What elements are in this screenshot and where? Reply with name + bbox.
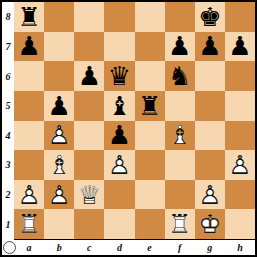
- white-pawn[interactable]: ♟♙: [195, 180, 225, 210]
- square-d2[interactable]: [104, 180, 134, 210]
- black-pawn[interactable]: ♟: [14, 32, 44, 62]
- black-pawn-icon: ♟: [104, 121, 134, 151]
- file-label-e: e: [135, 240, 165, 255]
- square-f3[interactable]: [165, 150, 195, 180]
- black-pawn-icon: ♟: [165, 32, 195, 62]
- rank-label-4: 4: [2, 121, 14, 151]
- white-king-icon: ♔: [195, 209, 225, 239]
- square-b4[interactable]: ♟♙: [44, 121, 74, 151]
- rank-label-2: 2: [2, 180, 14, 210]
- square-g7[interactable]: ♟: [195, 32, 225, 62]
- rank-label-7: 7: [2, 32, 14, 62]
- white-pawn-icon: ♙: [44, 121, 74, 151]
- square-f5[interactable]: [165, 91, 195, 121]
- black-bishop-icon: ♝: [104, 91, 134, 121]
- black-pawn[interactable]: ♟: [225, 32, 255, 62]
- square-h8[interactable]: [225, 2, 255, 32]
- square-c8[interactable]: [74, 2, 104, 32]
- black-bishop[interactable]: ♝: [104, 91, 134, 121]
- white-to-move-indicator: [3, 241, 16, 254]
- chess-diagram: ♜♚♟♟♟♟♟♛♞♟♝♜♟♙♟♝♗♝♗♟♙♟♙♟♙♟♙♛♕♟♙♜♖♜♖♚♔ 87…: [0, 0, 257, 257]
- square-a6[interactable]: [14, 61, 44, 91]
- square-e7[interactable]: [135, 32, 165, 62]
- chess-board: ♜♚♟♟♟♟♟♛♞♟♝♜♟♙♟♝♗♝♗♟♙♟♙♟♙♟♙♛♕♟♙♜♖♜♖♚♔: [14, 2, 255, 240]
- black-pawn[interactable]: ♟: [195, 32, 225, 62]
- file-label-f: f: [165, 240, 195, 255]
- black-pawn[interactable]: ♟: [44, 91, 74, 121]
- black-rook-icon: ♜: [14, 2, 44, 32]
- black-pawn[interactable]: ♟: [74, 61, 104, 91]
- square-e4[interactable]: [135, 121, 165, 151]
- square-d4[interactable]: ♟: [104, 121, 134, 151]
- white-pawn[interactable]: ♟♙: [225, 150, 255, 180]
- black-pawn-icon: ♟: [195, 32, 225, 62]
- square-f1[interactable]: ♜♖: [165, 209, 195, 239]
- white-king[interactable]: ♚♔: [195, 209, 225, 239]
- file-label-b: b: [44, 240, 74, 255]
- white-pawn-icon: ♙: [195, 180, 225, 210]
- file-label-g: g: [195, 240, 225, 255]
- black-rook-icon: ♜: [135, 91, 165, 121]
- square-h4[interactable]: [225, 121, 255, 151]
- rank-label-3: 3: [2, 150, 14, 180]
- file-label-d: d: [104, 240, 134, 255]
- black-knight[interactable]: ♞: [165, 61, 195, 91]
- square-e6[interactable]: [135, 61, 165, 91]
- white-bishop-icon: ♗: [165, 121, 195, 151]
- square-e3[interactable]: [135, 150, 165, 180]
- square-d3[interactable]: ♟♙: [104, 150, 134, 180]
- file-labels: abcdefgh: [14, 240, 255, 255]
- square-d1[interactable]: [104, 209, 134, 239]
- rank-labels: 87654321: [2, 2, 14, 239]
- square-h6[interactable]: [225, 61, 255, 91]
- black-pawn-icon: ♟: [14, 32, 44, 62]
- white-pawn[interactable]: ♟♙: [14, 180, 44, 210]
- square-g1[interactable]: ♚♔: [195, 209, 225, 239]
- rank-label-1: 1: [2, 209, 14, 239]
- white-bishop-icon: ♗: [44, 150, 74, 180]
- square-b8[interactable]: [44, 2, 74, 32]
- square-b3[interactable]: ♝♗: [44, 150, 74, 180]
- rank-label-8: 8: [2, 2, 14, 32]
- square-c4[interactable]: [74, 121, 104, 151]
- square-g8[interactable]: ♚: [195, 2, 225, 32]
- black-pawn[interactable]: ♟: [104, 121, 134, 151]
- white-rook-icon: ♖: [165, 209, 195, 239]
- square-f2[interactable]: [165, 180, 195, 210]
- square-e2[interactable]: [135, 180, 165, 210]
- white-queen-icon: ♕: [74, 180, 104, 210]
- white-pawn-icon: ♙: [225, 150, 255, 180]
- square-h3[interactable]: ♟♙: [225, 150, 255, 180]
- square-g6[interactable]: [195, 61, 225, 91]
- black-pawn-icon: ♟: [44, 91, 74, 121]
- square-f6[interactable]: ♞: [165, 61, 195, 91]
- square-e8[interactable]: [135, 2, 165, 32]
- square-a8[interactable]: ♜: [14, 2, 44, 32]
- square-f8[interactable]: [165, 2, 195, 32]
- file-label-c: c: [74, 240, 104, 255]
- square-a7[interactable]: ♟: [14, 32, 44, 62]
- white-rook-icon: ♖: [14, 209, 44, 239]
- file-label-h: h: [225, 240, 255, 255]
- square-d5[interactable]: ♝: [104, 91, 134, 121]
- white-queen[interactable]: ♛♕: [74, 180, 104, 210]
- white-pawn-icon: ♙: [104, 150, 134, 180]
- square-g2[interactable]: ♟♙: [195, 180, 225, 210]
- square-a2[interactable]: ♟♙: [14, 180, 44, 210]
- file-label-a: a: [14, 240, 44, 255]
- black-pawn-icon: ♟: [225, 32, 255, 62]
- white-bishop[interactable]: ♝♗: [165, 121, 195, 151]
- square-f4[interactable]: ♝♗: [165, 121, 195, 151]
- square-a1[interactable]: ♜♖: [14, 209, 44, 239]
- white-bishop[interactable]: ♝♗: [44, 150, 74, 180]
- rank-label-6: 6: [2, 61, 14, 91]
- white-pawn[interactable]: ♟♙: [44, 180, 74, 210]
- black-rook[interactable]: ♜: [14, 2, 44, 32]
- square-d6[interactable]: ♛: [104, 61, 134, 91]
- black-queen-icon: ♛: [104, 61, 134, 91]
- square-b1[interactable]: [44, 209, 74, 239]
- square-b2[interactable]: ♟♙: [44, 180, 74, 210]
- square-g3[interactable]: [195, 150, 225, 180]
- square-b6[interactable]: [44, 61, 74, 91]
- square-h2[interactable]: [225, 180, 255, 210]
- white-pawn[interactable]: ♟♙: [104, 150, 134, 180]
- square-f7[interactable]: ♟: [165, 32, 195, 62]
- square-c3[interactable]: [74, 150, 104, 180]
- square-e1[interactable]: [135, 209, 165, 239]
- square-g4[interactable]: [195, 121, 225, 151]
- black-king[interactable]: ♚: [195, 2, 225, 32]
- square-c1[interactable]: [74, 209, 104, 239]
- square-c5[interactable]: [74, 91, 104, 121]
- black-rook[interactable]: ♜: [135, 91, 165, 121]
- square-a5[interactable]: [14, 91, 44, 121]
- white-pawn-icon: ♙: [44, 180, 74, 210]
- square-c7[interactable]: [74, 32, 104, 62]
- black-knight-icon: ♞: [165, 61, 195, 91]
- square-a3[interactable]: [14, 150, 44, 180]
- square-c6[interactable]: ♟: [74, 61, 104, 91]
- square-h1[interactable]: [225, 209, 255, 239]
- square-d7[interactable]: [104, 32, 134, 62]
- square-c2[interactable]: ♛♕: [74, 180, 104, 210]
- rank-label-5: 5: [2, 91, 14, 121]
- white-rook[interactable]: ♜♖: [165, 209, 195, 239]
- white-pawn[interactable]: ♟♙: [44, 121, 74, 151]
- black-queen[interactable]: ♛: [104, 61, 134, 91]
- white-pawn-icon: ♙: [14, 180, 44, 210]
- square-a4[interactable]: [14, 121, 44, 151]
- square-h7[interactable]: ♟: [225, 32, 255, 62]
- square-b7[interactable]: [44, 32, 74, 62]
- square-b5[interactable]: ♟: [44, 91, 74, 121]
- black-pawn[interactable]: ♟: [165, 32, 195, 62]
- square-e5[interactable]: ♜: [135, 91, 165, 121]
- black-king-icon: ♚: [195, 2, 225, 32]
- black-pawn-icon: ♟: [74, 61, 104, 91]
- square-g5[interactable]: [195, 91, 225, 121]
- square-d8[interactable]: [104, 2, 134, 32]
- white-rook[interactable]: ♜♖: [14, 209, 44, 239]
- square-h5[interactable]: [225, 91, 255, 121]
